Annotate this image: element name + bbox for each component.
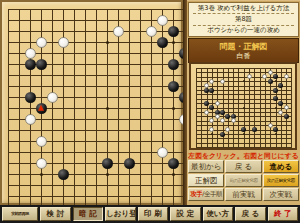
dashed-divider [193, 25, 294, 26]
answer-diagram-button[interactable]: 正解図 [188, 174, 224, 187]
star-point [211, 133, 213, 135]
diagram-header: 問題・正解図 白番 [188, 38, 299, 63]
grid-line-v [19, 9, 20, 205]
grid-line-v [8, 9, 9, 205]
grid-line-v [30, 9, 31, 205]
black-stone [102, 158, 113, 169]
white-stone [284, 105, 289, 110]
grid-line-v [129, 9, 130, 205]
control-row-3: 攻手/全手順 前実戦 次実戦 [188, 188, 299, 201]
white-stone [225, 127, 230, 132]
grid-line-v [249, 68, 250, 148]
attack-moves-label-red: 攻手 [190, 190, 202, 198]
grid-line-h [8, 130, 183, 131]
white-stone [215, 114, 220, 119]
white-stone [268, 70, 273, 75]
black-stone [157, 37, 168, 48]
white-stone [113, 26, 124, 37]
grid-line-h [196, 138, 292, 139]
diagram-header-title: 問題・正解図 [189, 42, 298, 52]
white-stone [247, 74, 252, 79]
black-stone [273, 74, 278, 79]
star-point [106, 173, 109, 176]
white-stone [231, 118, 236, 123]
black-stone [220, 110, 225, 115]
black-stone [220, 132, 225, 137]
black-stone [58, 169, 69, 180]
help-button[interactable]: 使い方 [203, 207, 233, 221]
bookmark-button[interactable]: しおり登録 [105, 207, 135, 221]
black-stone [278, 83, 283, 88]
black-stone [278, 101, 283, 106]
white-stone [220, 79, 225, 84]
prev-game-button[interactable]: 前実戦 [225, 188, 261, 201]
attack-moves-toggle-button[interactable]: 攻手/全手順 [188, 188, 224, 201]
black-stone [204, 88, 209, 93]
black-stone [273, 88, 278, 93]
problem-info-box: 第3巻 攻めで利益を上げる方法 第8題 ボウシからの一連の攻め [188, 2, 299, 37]
step-forward-button[interactable]: 進める [263, 160, 299, 173]
print-button[interactable]: 印 刷 [138, 207, 168, 221]
grid-line-v [96, 9, 97, 205]
white-stone [25, 48, 36, 59]
grid-line-h [196, 116, 292, 117]
white-stone [209, 127, 214, 132]
black-stone [36, 103, 47, 114]
white-stone [284, 74, 289, 79]
white-stone [146, 26, 157, 37]
black-stone [168, 26, 179, 37]
white-stone [47, 92, 58, 103]
white-stone [278, 110, 283, 115]
control-buttons: 最初から 戻 る 進める 正解図 前の正解変化図 次の正解変化図 攻手/全手順 … [188, 160, 299, 202]
grid-line-v [260, 68, 261, 148]
white-stone [209, 79, 214, 84]
white-stone [204, 110, 209, 115]
star-point [106, 107, 109, 110]
white-stone [157, 147, 168, 158]
star-point [275, 107, 277, 109]
from-start-button[interactable]: 最初から [188, 160, 224, 173]
black-stone [252, 127, 257, 132]
black-stone [268, 79, 273, 84]
grid-line-h [8, 185, 183, 186]
white-stone [58, 37, 69, 48]
grid-line-v [52, 9, 53, 205]
grid-line-v [151, 9, 152, 205]
star-point [40, 173, 43, 176]
answer-go-board [189, 62, 297, 150]
next-game-button[interactable]: 次実戦 [263, 188, 299, 201]
grid-line-v [291, 68, 292, 148]
white-stone [209, 118, 214, 123]
star-point [172, 41, 175, 44]
step-back-button[interactable]: 戻 る [225, 160, 261, 173]
star-point [243, 133, 245, 135]
black-stone [168, 81, 179, 92]
grid-line-h [8, 163, 183, 164]
star-point [106, 41, 109, 44]
grid-line-h [8, 174, 183, 175]
turn-indicator: 白番 [189, 52, 298, 60]
white-stone [262, 74, 267, 79]
black-stone [284, 114, 289, 119]
quit-button[interactable]: 終 了 [268, 207, 298, 221]
black-stone [273, 96, 278, 101]
star-point [243, 80, 245, 82]
black-stone [225, 114, 230, 119]
white-stone [215, 101, 220, 106]
grid-line-v [140, 9, 141, 205]
black-stone [209, 88, 214, 93]
volume-title: 第3巻 攻めで利益を上げる方法 [189, 5, 298, 12]
control-row-2: 正解図 前の正解変化図 次の正解変化図 [188, 174, 299, 187]
white-stone [36, 158, 47, 169]
attack-moves-label-rest: /全手順 [202, 190, 222, 198]
app-window: 第3巻 攻めで利益を上げる方法 第8題 ボウシからの一連の攻め 問題・正解図 白… [0, 0, 300, 223]
grid-line-v [85, 9, 86, 205]
game-diagram-button[interactable]: 実戦図再現 [2, 207, 38, 221]
grid-line-v [265, 68, 266, 148]
grid-line-v [254, 68, 255, 148]
grid-line-h [8, 108, 183, 109]
star-point [275, 133, 277, 135]
black-stone [209, 105, 214, 110]
grid-line-h [196, 125, 292, 126]
control-row-1: 最初から 戻 る 進める [188, 160, 299, 173]
star-point [275, 80, 277, 82]
problem-number: 第8題 [189, 16, 298, 23]
grid-line-v [74, 9, 75, 205]
white-stone [36, 136, 47, 147]
star-point [243, 107, 245, 109]
white-stone [25, 114, 36, 125]
grid-line-h [196, 147, 292, 148]
star-point [172, 107, 175, 110]
dashed-divider [193, 13, 294, 14]
black-stone [273, 127, 278, 132]
black-stone [25, 92, 36, 103]
review-button[interactable]: 検 討 [40, 207, 70, 221]
next-answer-variation-button[interactable]: 次の正解変化図 [263, 174, 299, 187]
black-stone [36, 59, 47, 70]
black-stone [168, 59, 179, 70]
white-stone [220, 118, 225, 123]
grid-line-v [281, 68, 282, 148]
main-go-board[interactable] [0, 0, 183, 205]
grid-line-h [8, 141, 183, 142]
white-stone [157, 15, 168, 26]
black-stone [168, 158, 179, 169]
last-move-triangle-marker [38, 105, 44, 111]
black-stone [204, 101, 209, 106]
black-stone [25, 59, 36, 70]
black-stone [124, 158, 135, 169]
black-stone [241, 127, 246, 132]
grid-line-v [118, 9, 119, 205]
memorize-button[interactable]: 暗 記 [73, 207, 103, 221]
prev-answer-variation-button[interactable]: 前の正解変化図 [225, 174, 261, 187]
star-point [172, 173, 175, 176]
problem-title: ボウシからの一連の攻め [189, 27, 298, 34]
grid-line-h [8, 196, 183, 197]
grid-line-h [196, 143, 292, 144]
white-stone [36, 37, 47, 48]
settings-button[interactable]: 設 定 [170, 207, 200, 221]
bottom-toolbar: 実戦図再現 検 討 暗 記 しおり登録 印 刷 設 定 使い方 戻 る 終 了 [0, 205, 300, 223]
back-button[interactable]: 戻 る [235, 207, 265, 221]
white-stone [268, 123, 273, 128]
